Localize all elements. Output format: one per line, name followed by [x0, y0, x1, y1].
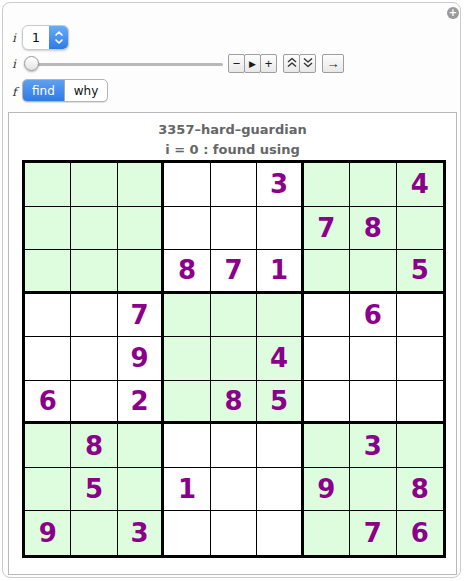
- step-back-button[interactable]: −: [228, 54, 245, 73]
- cell-r9c1: 9: [25, 511, 71, 555]
- cell-r4c4: [164, 294, 210, 338]
- cell-r8c8: [350, 468, 396, 512]
- cell-r8c7: 9: [304, 468, 350, 512]
- manipulate-frame: + i 1 i − ▶ + →: [2, 2, 461, 578]
- stepper-up-down-icon[interactable]: [49, 26, 68, 49]
- cell-r6c1: 6: [25, 381, 71, 425]
- cell-r2c8: 8: [350, 207, 396, 251]
- cell-r3c2: [71, 250, 117, 294]
- cell-r3c3: [118, 250, 164, 294]
- cell-r4c2: [71, 294, 117, 338]
- step-forward-button[interactable]: +: [260, 54, 277, 73]
- cell-r6c6: 5: [257, 381, 303, 425]
- cell-r3c6: 1: [257, 250, 303, 294]
- cell-r6c5: 8: [211, 381, 257, 425]
- cell-r6c8: [350, 381, 396, 425]
- cell-r7c9: [397, 424, 443, 468]
- cell-r8c3: [118, 468, 164, 512]
- cell-r1c4: [164, 163, 210, 207]
- cell-r1c6: 3: [257, 163, 303, 207]
- cell-r3c7: [304, 250, 350, 294]
- cell-r6c3: 2: [118, 381, 164, 425]
- cell-r5c1: [25, 337, 71, 381]
- play-button[interactable]: ▶: [244, 54, 261, 73]
- cell-r1c3: [118, 163, 164, 207]
- cell-r2c2: [71, 207, 117, 251]
- double-chevron-up-icon: [286, 56, 298, 72]
- slower-button[interactable]: [299, 54, 316, 73]
- cell-r2c5: [211, 207, 257, 251]
- cell-r6c7: [304, 381, 350, 425]
- cell-r8c4: 1: [164, 468, 210, 512]
- slider-thumb[interactable]: [24, 56, 39, 71]
- cell-r7c4: [164, 424, 210, 468]
- cell-r7c7: [304, 424, 350, 468]
- cell-r5c3: 9: [118, 337, 164, 381]
- toggle-label: f: [12, 85, 16, 99]
- cell-r2c3: [118, 207, 164, 251]
- sudoku-board: 34788715769462858351989376: [22, 160, 446, 558]
- cell-r7c8: 3: [350, 424, 396, 468]
- cell-r4c5: [211, 294, 257, 338]
- manipulate-options-button[interactable]: +: [447, 7, 459, 19]
- cell-r4c6: [257, 294, 303, 338]
- cell-r5c4: [164, 337, 210, 381]
- cell-r7c2: 8: [71, 424, 117, 468]
- display-panel: 3357–hard–guardian i = 0 : found using 3…: [8, 112, 457, 575]
- popup-value: 1: [23, 26, 49, 49]
- popup-label: i: [12, 31, 16, 45]
- double-chevron-down-icon: [302, 56, 314, 72]
- cell-r9c2: [71, 511, 117, 555]
- cell-r2c1: [25, 207, 71, 251]
- cell-r7c1: [25, 424, 71, 468]
- cell-r3c4: 8: [164, 250, 210, 294]
- cell-r5c5: [211, 337, 257, 381]
- cell-r5c7: [304, 337, 350, 381]
- cell-r1c9: 4: [397, 163, 443, 207]
- toggle-option-find[interactable]: find: [23, 80, 64, 101]
- cell-r2c6: [257, 207, 303, 251]
- cell-r8c1: [25, 468, 71, 512]
- cell-r4c3: 7: [118, 294, 164, 338]
- slider-label: i: [12, 57, 16, 71]
- cell-r8c2: 5: [71, 468, 117, 512]
- cell-r9c5: [211, 511, 257, 555]
- slider-track[interactable]: [25, 63, 223, 66]
- cell-r7c6: [257, 424, 303, 468]
- cell-r1c8: [350, 163, 396, 207]
- find-why-toggler: find why: [22, 79, 108, 102]
- cell-r1c7: [304, 163, 350, 207]
- cell-r1c1: [25, 163, 71, 207]
- cell-r8c9: 8: [397, 468, 443, 512]
- cell-r4c8: 6: [350, 294, 396, 338]
- cell-r5c6: 4: [257, 337, 303, 381]
- cell-r9c6: [257, 511, 303, 555]
- cell-r1c5: [211, 163, 257, 207]
- faster-button[interactable]: [283, 54, 300, 73]
- cell-r1c2: [71, 163, 117, 207]
- cell-r4c1: [25, 294, 71, 338]
- cell-r8c6: [257, 468, 303, 512]
- cell-r3c8: [350, 250, 396, 294]
- cell-r4c7: [304, 294, 350, 338]
- cell-r9c3: 3: [118, 511, 164, 555]
- cell-r3c5: 7: [211, 250, 257, 294]
- cell-r9c9: 6: [397, 511, 443, 555]
- cell-r9c7: [304, 511, 350, 555]
- cell-r5c9: [397, 337, 443, 381]
- cell-r8c5: [211, 468, 257, 512]
- cell-r3c9: 5: [397, 250, 443, 294]
- cell-r7c5: [211, 424, 257, 468]
- cell-r4c9: [397, 294, 443, 338]
- plus-circle-icon: +: [449, 8, 457, 18]
- cell-r2c9: [397, 207, 443, 251]
- cell-r7c3: [118, 424, 164, 468]
- cell-r3c1: [25, 250, 71, 294]
- direction-button[interactable]: →: [322, 54, 344, 73]
- toggle-option-why[interactable]: why: [64, 80, 108, 101]
- i-popup-menu[interactable]: 1: [22, 25, 69, 50]
- puzzle-title: 3357–hard–guardian: [9, 122, 456, 137]
- cell-r2c7: 7: [304, 207, 350, 251]
- cell-r6c2: [71, 381, 117, 425]
- status-line: i = 0 : found using: [9, 142, 456, 157]
- cell-r5c8: [350, 337, 396, 381]
- cell-r5c2: [71, 337, 117, 381]
- cell-r9c4: [164, 511, 210, 555]
- cell-r2c4: [164, 207, 210, 251]
- cell-r6c4: [164, 381, 210, 425]
- cell-r6c9: [397, 381, 443, 425]
- cell-r9c8: 7: [350, 511, 396, 555]
